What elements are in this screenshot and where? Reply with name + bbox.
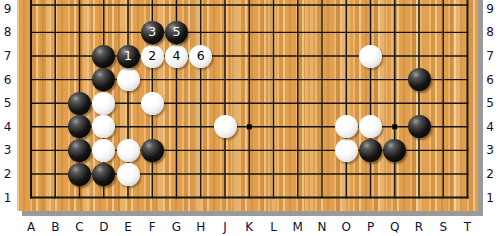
col-label-b: B — [51, 221, 59, 233]
stone-black-p3[interactable] — [359, 139, 382, 162]
stone-white-p7[interactable] — [359, 45, 382, 68]
col-label-g: G — [172, 221, 181, 233]
col-label-t: T — [464, 221, 471, 233]
col-label-q: Q — [390, 221, 399, 233]
stone-white-f5[interactable] — [141, 92, 164, 115]
row-label-left-9: 9 — [4, 3, 12, 15]
row-label-left-5: 5 — [4, 97, 12, 109]
stone-white-e6[interactable] — [117, 68, 140, 91]
stone-black-d2[interactable] — [92, 163, 115, 186]
move-5-stone-black-g8[interactable]: 5 — [165, 21, 188, 44]
stone-white-d5[interactable] — [92, 92, 115, 115]
col-label-o: O — [342, 221, 351, 233]
col-label-h: H — [196, 221, 205, 233]
stone-black-r6[interactable] — [408, 68, 431, 91]
row-label-right-1: 1 — [486, 192, 494, 204]
move-1-stone-black-e7[interactable]: 1 — [117, 45, 140, 68]
row-label-right-4: 4 — [486, 121, 494, 133]
move-4-stone-white-g7[interactable]: 4 — [165, 45, 188, 68]
row-label-left-7: 7 — [4, 50, 12, 62]
row-label-right-6: 6 — [486, 74, 494, 86]
col-label-n: N — [318, 221, 327, 233]
col-label-m: M — [293, 221, 303, 233]
col-label-e: E — [124, 221, 132, 233]
row-label-right-8: 8 — [486, 26, 494, 38]
stone-black-d7[interactable] — [92, 45, 115, 68]
col-label-r: R — [415, 221, 423, 233]
row-label-right-5: 5 — [486, 97, 494, 109]
move-2-stone-white-f7[interactable]: 2 — [141, 45, 164, 68]
row-label-left-6: 6 — [4, 74, 12, 86]
row-label-left-1: 1 — [4, 192, 12, 204]
col-label-f: F — [149, 221, 156, 233]
go-board-diagram: 123456 987654321987654321ABCDEFGHJKLMNOP… — [0, 0, 500, 236]
stone-black-c2[interactable] — [68, 163, 91, 186]
stone-white-o4[interactable] — [335, 115, 358, 138]
row-label-right-2: 2 — [486, 168, 494, 180]
star-point-k4 — [247, 124, 252, 129]
row-label-left-4: 4 — [4, 121, 12, 133]
col-label-k: K — [245, 221, 253, 233]
move-3-stone-black-f8[interactable]: 3 — [141, 21, 164, 44]
stone-white-o3[interactable] — [335, 139, 358, 162]
row-label-left-8: 8 — [4, 26, 12, 38]
stone-white-j4[interactable] — [214, 115, 237, 138]
stone-black-r4[interactable] — [408, 115, 431, 138]
row-label-right-9: 9 — [486, 3, 494, 15]
row-label-left-2: 2 — [4, 168, 12, 180]
col-label-s: S — [439, 221, 447, 233]
row-label-right-7: 7 — [486, 50, 494, 62]
move-6-stone-white-h7[interactable]: 6 — [189, 45, 212, 68]
row-label-right-3: 3 — [486, 144, 494, 156]
stone-black-c5[interactable] — [68, 92, 91, 115]
col-label-p: P — [367, 221, 374, 233]
stone-white-e3[interactable] — [117, 139, 140, 162]
stone-black-c3[interactable] — [68, 139, 91, 162]
stone-white-d3[interactable] — [92, 139, 115, 162]
col-label-a: A — [27, 221, 35, 233]
col-label-d: D — [99, 221, 108, 233]
stone-black-f3[interactable] — [141, 139, 164, 162]
col-label-j: J — [223, 221, 227, 233]
stone-black-q3[interactable] — [383, 139, 406, 162]
star-point-q4 — [392, 124, 397, 129]
col-label-l: L — [270, 221, 277, 233]
col-label-c: C — [75, 221, 83, 233]
stone-white-e2[interactable] — [117, 163, 140, 186]
row-label-left-3: 3 — [4, 144, 12, 156]
